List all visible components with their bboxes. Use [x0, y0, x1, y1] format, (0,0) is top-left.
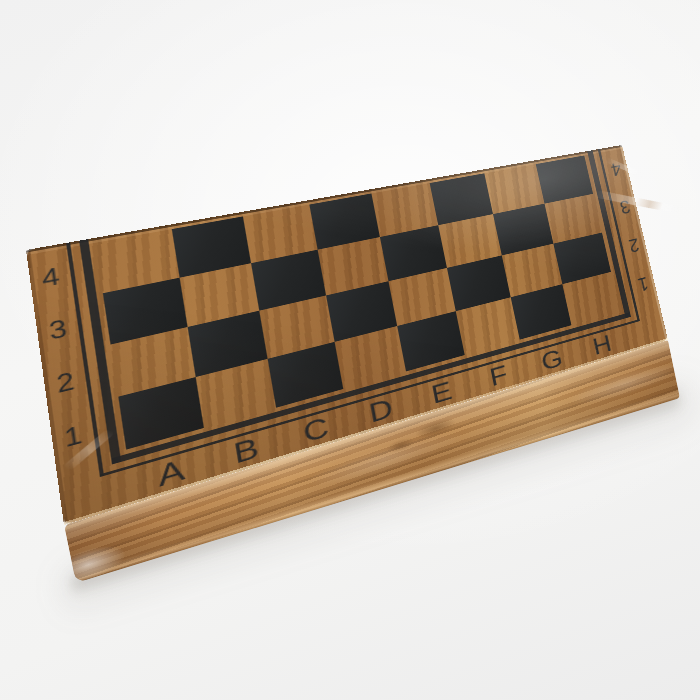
- plastic-crease-icon: [595, 190, 688, 215]
- chess-box-photo: ABCDEFGH 4321 4321: [0, 0, 700, 700]
